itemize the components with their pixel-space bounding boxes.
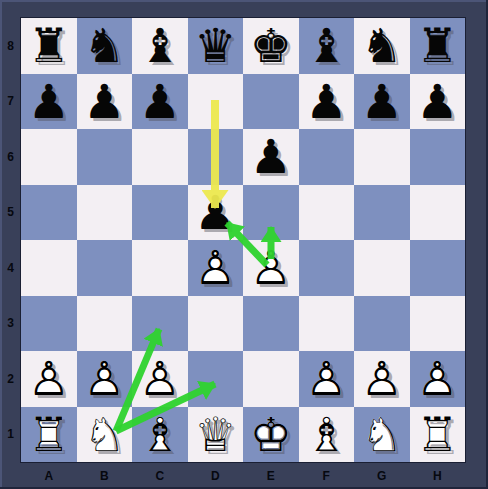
piece-white-knight-g1[interactable]: ♘ (354, 407, 410, 463)
piece-black-pawn-g7[interactable]: ♟ (354, 74, 410, 130)
piece-white-rook-fill-h1: ♜ (410, 407, 466, 463)
square-b7[interactable]: ♟ (77, 74, 133, 130)
piece-white-pawn-a2[interactable]: ♙ (21, 351, 77, 407)
rank-label-2: 2 (0, 351, 21, 407)
piece-white-pawn-fill-h2: ♟ (410, 351, 466, 407)
piece-white-knight-b1[interactable]: ♘ (77, 407, 133, 463)
piece-white-pawn-c2[interactable]: ♙ (132, 351, 188, 407)
piece-white-pawn-fill-e4: ♟ (243, 240, 299, 296)
piece-white-rook-a1[interactable]: ♖ (21, 407, 77, 463)
piece-white-knight-fill-g1: ♞ (354, 407, 410, 463)
square-b4[interactable] (77, 240, 133, 296)
square-f2[interactable]: ♟♙ (299, 351, 355, 407)
square-h6[interactable] (410, 129, 466, 185)
piece-white-king-fill-e1: ♚ (243, 407, 299, 463)
chess-board[interactable]: ♜♞♝♛♚♝♞♜♟♟♟♟♟♟♟♟♟♙♟♙♟♙♟♙♟♙♟♙♟♙♟♙♜♖♞♘♝♗♛♕… (21, 18, 465, 462)
piece-black-rook-a8[interactable]: ♜ (21, 18, 77, 74)
piece-black-pawn-h7[interactable]: ♟ (410, 74, 466, 130)
square-h4[interactable] (410, 240, 466, 296)
file-label-G: G (354, 463, 410, 489)
square-b8[interactable]: ♞ (77, 18, 133, 74)
square-b2[interactable]: ♟♙ (77, 351, 133, 407)
square-h3[interactable] (410, 296, 466, 352)
frame-highlight-top (0, 0, 488, 2)
square-b1[interactable]: ♞♘ (77, 407, 133, 463)
file-label-B: B (77, 463, 133, 489)
rank-label-3: 3 (0, 296, 21, 352)
square-f6[interactable] (299, 129, 355, 185)
piece-black-rook-h8[interactable]: ♜ (410, 18, 466, 74)
rank-label-6: 6 (0, 129, 21, 185)
square-f7[interactable]: ♟ (299, 74, 355, 130)
square-a7[interactable]: ♟ (21, 74, 77, 130)
piece-white-pawn-fill-f2: ♟ (299, 351, 355, 407)
piece-white-pawn-fill-g2: ♟ (354, 351, 410, 407)
piece-black-bishop-c8[interactable]: ♝ (132, 18, 188, 74)
square-g6[interactable] (354, 129, 410, 185)
piece-white-pawn-b2[interactable]: ♙ (77, 351, 133, 407)
square-c1[interactable]: ♝♗ (132, 407, 188, 463)
square-a8[interactable]: ♜ (21, 18, 77, 74)
square-d2[interactable] (188, 351, 244, 407)
square-c4[interactable] (132, 240, 188, 296)
piece-black-pawn-a7[interactable]: ♟ (21, 74, 77, 130)
square-a4[interactable] (21, 240, 77, 296)
square-f5[interactable] (299, 185, 355, 241)
piece-white-bishop-fill-c1: ♝ (132, 407, 188, 463)
piece-black-pawn-e6[interactable]: ♟ (243, 129, 299, 185)
piece-white-bishop-f1[interactable]: ♗ (299, 407, 355, 463)
piece-white-pawn-h2[interactable]: ♙ (410, 351, 466, 407)
square-g1[interactable]: ♞♘ (354, 407, 410, 463)
square-g5[interactable] (354, 185, 410, 241)
square-e3[interactable] (243, 296, 299, 352)
piece-black-queen-d8[interactable]: ♛ (188, 18, 244, 74)
piece-black-pawn-b7[interactable]: ♟ (77, 74, 133, 130)
rank-label-5: 5 (0, 185, 21, 241)
square-f1[interactable]: ♝♗ (299, 407, 355, 463)
piece-black-pawn-f7[interactable]: ♟ (299, 74, 355, 130)
piece-white-pawn-fill-a2: ♟ (21, 351, 77, 407)
square-g2[interactable]: ♟♙ (354, 351, 410, 407)
square-e8[interactable]: ♚ (243, 18, 299, 74)
piece-white-knight-fill-b1: ♞ (77, 407, 133, 463)
piece-white-queen-fill-d1: ♛ (188, 407, 244, 463)
square-c2[interactable]: ♟♙ (132, 351, 188, 407)
piece-white-pawn-fill-d4: ♟ (188, 240, 244, 296)
square-e4[interactable]: ♟♙ (243, 240, 299, 296)
square-d3[interactable] (188, 296, 244, 352)
file-label-A: A (21, 463, 77, 489)
square-a3[interactable] (21, 296, 77, 352)
square-g8[interactable]: ♞ (354, 18, 410, 74)
square-d5[interactable]: ♟ (188, 185, 244, 241)
square-e6[interactable]: ♟ (243, 129, 299, 185)
piece-black-pawn-d5[interactable]: ♟ (188, 185, 244, 241)
square-c8[interactable]: ♝ (132, 18, 188, 74)
piece-white-queen-d1[interactable]: ♕ (188, 407, 244, 463)
square-f3[interactable] (299, 296, 355, 352)
file-label-E: E (243, 463, 299, 489)
file-label-D: D (188, 463, 244, 489)
piece-black-bishop-f8[interactable]: ♝ (299, 18, 355, 74)
square-d4[interactable]: ♟♙ (188, 240, 244, 296)
square-c6[interactable] (132, 129, 188, 185)
square-d7[interactable] (188, 74, 244, 130)
piece-white-pawn-g2[interactable]: ♙ (354, 351, 410, 407)
square-a6[interactable] (21, 129, 77, 185)
chess-board-window: ♜♞♝♛♚♝♞♜♟♟♟♟♟♟♟♟♟♙♟♙♟♙♟♙♟♙♟♙♟♙♟♙♜♖♞♘♝♗♛♕… (0, 0, 488, 489)
piece-white-bishop-fill-f1: ♝ (299, 407, 355, 463)
square-b3[interactable] (77, 296, 133, 352)
square-e1[interactable]: ♚♔ (243, 407, 299, 463)
rank-label-1: 1 (0, 407, 21, 463)
square-g7[interactable]: ♟ (354, 74, 410, 130)
rank-label-4: 4 (0, 240, 21, 296)
square-h7[interactable]: ♟ (410, 74, 466, 130)
piece-white-pawn-f2[interactable]: ♙ (299, 351, 355, 407)
piece-white-rook-h1[interactable]: ♖ (410, 407, 466, 463)
square-b5[interactable] (77, 185, 133, 241)
square-c3[interactable] (132, 296, 188, 352)
piece-black-knight-b8[interactable]: ♞ (77, 18, 133, 74)
square-f4[interactable] (299, 240, 355, 296)
square-d8[interactable]: ♛ (188, 18, 244, 74)
piece-white-pawn-d4[interactable]: ♙ (188, 240, 244, 296)
piece-white-rook-fill-a1: ♜ (21, 407, 77, 463)
square-h5[interactable] (410, 185, 466, 241)
square-d1[interactable]: ♛♕ (188, 407, 244, 463)
square-c5[interactable] (132, 185, 188, 241)
file-label-H: H (410, 463, 466, 489)
square-a1[interactable]: ♜♖ (21, 407, 77, 463)
square-e5[interactable] (243, 185, 299, 241)
square-b6[interactable] (77, 129, 133, 185)
file-label-C: C (132, 463, 188, 489)
piece-black-pawn-c7[interactable]: ♟ (132, 74, 188, 130)
square-g4[interactable] (354, 240, 410, 296)
piece-white-pawn-fill-c2: ♟ (132, 351, 188, 407)
square-c7[interactable]: ♟ (132, 74, 188, 130)
square-h1[interactable]: ♜♖ (410, 407, 466, 463)
square-h8[interactable]: ♜ (410, 18, 466, 74)
piece-white-pawn-fill-b2: ♟ (77, 351, 133, 407)
square-a5[interactable] (21, 185, 77, 241)
piece-white-king-e1[interactable]: ♔ (243, 407, 299, 463)
rank-label-7: 7 (0, 74, 21, 130)
piece-black-king-e8[interactable]: ♚ (243, 18, 299, 74)
square-g3[interactable] (354, 296, 410, 352)
piece-black-knight-g8[interactable]: ♞ (354, 18, 410, 74)
board-area: ♜♞♝♛♚♝♞♜♟♟♟♟♟♟♟♟♟♙♟♙♟♙♟♙♟♙♟♙♟♙♟♙♜♖♞♘♝♗♛♕… (21, 18, 465, 462)
square-f8[interactable]: ♝ (299, 18, 355, 74)
rank-label-8: 8 (0, 18, 21, 74)
square-d6[interactable] (188, 129, 244, 185)
square-e7[interactable] (243, 74, 299, 130)
square-h2[interactable]: ♟♙ (410, 351, 466, 407)
square-e2[interactable] (243, 351, 299, 407)
piece-white-bishop-c1[interactable]: ♗ (132, 407, 188, 463)
piece-white-pawn-e4[interactable]: ♙ (243, 240, 299, 296)
square-a2[interactable]: ♟♙ (21, 351, 77, 407)
file-label-F: F (299, 463, 355, 489)
